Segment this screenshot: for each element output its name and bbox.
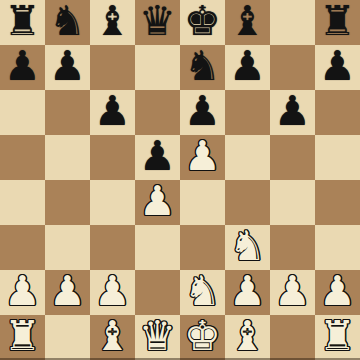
square-b7[interactable]: ♟ bbox=[45, 45, 90, 90]
square-c7[interactable] bbox=[90, 45, 135, 90]
square-h6[interactable] bbox=[315, 90, 360, 135]
square-d3[interactable] bbox=[135, 225, 180, 270]
square-g6[interactable]: ♟ bbox=[270, 90, 315, 135]
square-g4[interactable] bbox=[270, 180, 315, 225]
square-b2[interactable]: ♟ bbox=[45, 270, 90, 315]
square-c8[interactable]: ♝ bbox=[90, 0, 135, 45]
square-f2[interactable]: ♟ bbox=[225, 270, 270, 315]
square-c6[interactable]: ♟ bbox=[90, 90, 135, 135]
square-a1[interactable]: ♜ bbox=[0, 315, 45, 360]
piece-white-pawn-g2: ♟ bbox=[274, 270, 311, 314]
square-e4[interactable] bbox=[180, 180, 225, 225]
square-f5[interactable] bbox=[225, 135, 270, 180]
piece-black-knight-e7: ♞ bbox=[184, 45, 221, 89]
square-e3[interactable] bbox=[180, 225, 225, 270]
square-c3[interactable] bbox=[90, 225, 135, 270]
piece-white-rook-h1: ♜ bbox=[319, 315, 356, 359]
square-e6[interactable]: ♟ bbox=[180, 90, 225, 135]
piece-black-queen-d8: ♛ bbox=[139, 0, 176, 44]
square-b4[interactable] bbox=[45, 180, 90, 225]
square-h8[interactable]: ♜ bbox=[315, 0, 360, 45]
square-h4[interactable] bbox=[315, 180, 360, 225]
piece-white-pawn-a2: ♟ bbox=[4, 270, 41, 314]
square-h5[interactable] bbox=[315, 135, 360, 180]
piece-black-rook-h8: ♜ bbox=[319, 0, 356, 44]
piece-white-knight-e2: ♞ bbox=[184, 270, 221, 314]
square-c5[interactable] bbox=[90, 135, 135, 180]
piece-black-pawn-a7: ♟ bbox=[4, 45, 41, 89]
chess-board-grid: ♜♞♝♛♚♝♜♟♟♞♟♟♟♟♟♟♟♟♞♟♟♟♞♟♟♟♜♝♛♚♝♜ bbox=[0, 0, 360, 360]
piece-white-pawn-d4: ♟ bbox=[139, 180, 176, 224]
piece-black-pawn-c6: ♟ bbox=[94, 90, 131, 134]
square-f7[interactable]: ♟ bbox=[225, 45, 270, 90]
piece-white-pawn-e5: ♟ bbox=[184, 135, 221, 179]
square-a4[interactable] bbox=[0, 180, 45, 225]
piece-white-pawn-f2: ♟ bbox=[229, 270, 266, 314]
piece-white-bishop-c1: ♝ bbox=[94, 315, 131, 359]
square-g5[interactable] bbox=[270, 135, 315, 180]
piece-white-queen-d1: ♛ bbox=[139, 315, 176, 359]
square-a7[interactable]: ♟ bbox=[0, 45, 45, 90]
square-b8[interactable]: ♞ bbox=[45, 0, 90, 45]
square-a6[interactable] bbox=[0, 90, 45, 135]
square-b1[interactable] bbox=[45, 315, 90, 360]
square-e8[interactable]: ♚ bbox=[180, 0, 225, 45]
square-c2[interactable]: ♟ bbox=[90, 270, 135, 315]
piece-white-pawn-h2: ♟ bbox=[319, 270, 356, 314]
square-e7[interactable]: ♞ bbox=[180, 45, 225, 90]
piece-white-knight-f3: ♞ bbox=[229, 225, 266, 269]
square-d2[interactable] bbox=[135, 270, 180, 315]
square-d8[interactable]: ♛ bbox=[135, 0, 180, 45]
square-b6[interactable] bbox=[45, 90, 90, 135]
chess-board: ♜♞♝♛♚♝♜♟♟♞♟♟♟♟♟♟♟♟♞♟♟♟♞♟♟♟♜♝♛♚♝♜ bbox=[0, 0, 360, 360]
square-g3[interactable] bbox=[270, 225, 315, 270]
square-a3[interactable] bbox=[0, 225, 45, 270]
square-h7[interactable]: ♟ bbox=[315, 45, 360, 90]
square-d7[interactable] bbox=[135, 45, 180, 90]
piece-white-rook-a1: ♜ bbox=[4, 315, 41, 359]
square-e1[interactable]: ♚ bbox=[180, 315, 225, 360]
square-b5[interactable] bbox=[45, 135, 90, 180]
square-a2[interactable]: ♟ bbox=[0, 270, 45, 315]
piece-black-knight-b8: ♞ bbox=[49, 0, 86, 44]
square-g8[interactable] bbox=[270, 0, 315, 45]
square-b3[interactable] bbox=[45, 225, 90, 270]
square-c4[interactable] bbox=[90, 180, 135, 225]
square-e5[interactable]: ♟ bbox=[180, 135, 225, 180]
square-d6[interactable] bbox=[135, 90, 180, 135]
piece-white-pawn-c2: ♟ bbox=[94, 270, 131, 314]
piece-black-pawn-f7: ♟ bbox=[229, 45, 266, 89]
piece-black-pawn-e6: ♟ bbox=[184, 90, 221, 134]
square-d1[interactable]: ♛ bbox=[135, 315, 180, 360]
square-f6[interactable] bbox=[225, 90, 270, 135]
square-a8[interactable]: ♜ bbox=[0, 0, 45, 45]
square-g7[interactable] bbox=[270, 45, 315, 90]
piece-black-king-e8: ♚ bbox=[184, 0, 221, 44]
square-d4[interactable]: ♟ bbox=[135, 180, 180, 225]
square-d5[interactable]: ♟ bbox=[135, 135, 180, 180]
piece-white-pawn-b2: ♟ bbox=[49, 270, 86, 314]
piece-black-bishop-c8: ♝ bbox=[94, 0, 131, 44]
square-f3[interactable]: ♞ bbox=[225, 225, 270, 270]
square-g2[interactable]: ♟ bbox=[270, 270, 315, 315]
square-e2[interactable]: ♞ bbox=[180, 270, 225, 315]
piece-black-pawn-h7: ♟ bbox=[319, 45, 356, 89]
square-h3[interactable] bbox=[315, 225, 360, 270]
square-f8[interactable]: ♝ bbox=[225, 0, 270, 45]
square-g1[interactable] bbox=[270, 315, 315, 360]
piece-black-pawn-b7: ♟ bbox=[49, 45, 86, 89]
square-a5[interactable] bbox=[0, 135, 45, 180]
piece-black-pawn-d5: ♟ bbox=[139, 135, 176, 179]
piece-black-rook-a8: ♜ bbox=[4, 0, 41, 44]
piece-white-bishop-f1: ♝ bbox=[229, 315, 266, 359]
piece-black-pawn-g6: ♟ bbox=[274, 90, 311, 134]
piece-white-king-e1: ♚ bbox=[184, 315, 221, 359]
square-f4[interactable] bbox=[225, 180, 270, 225]
square-h2[interactable]: ♟ bbox=[315, 270, 360, 315]
square-h1[interactable]: ♜ bbox=[315, 315, 360, 360]
square-f1[interactable]: ♝ bbox=[225, 315, 270, 360]
square-c1[interactable]: ♝ bbox=[90, 315, 135, 360]
piece-black-bishop-f8: ♝ bbox=[229, 0, 266, 44]
